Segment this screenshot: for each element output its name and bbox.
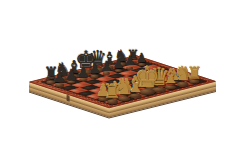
board-hinge [67,95,70,102]
chess-set-photo: ♜♞♝♛♚♝♞♜♟♟♟♟♟♟♟♟♟♟♟♟♟♟♟♟♜♞♝♛♚♝♞♜ [0,0,240,150]
